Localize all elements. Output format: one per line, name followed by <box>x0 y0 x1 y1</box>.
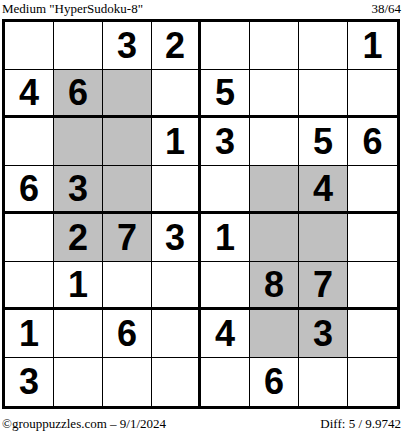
cell-r3c8[interactable]: 6 <box>348 118 397 166</box>
cell-r4c8[interactable] <box>348 166 397 214</box>
cell-r3c7[interactable]: 5 <box>299 118 348 166</box>
cell-r5c5[interactable]: 1 <box>201 214 250 262</box>
cell-r5c7[interactable] <box>299 214 348 262</box>
cell-r7c2[interactable] <box>54 310 103 358</box>
cell-r2c2[interactable]: 6 <box>54 70 103 118</box>
cell-r2c5[interactable]: 5 <box>201 70 250 118</box>
cell-r4c4[interactable] <box>152 166 201 214</box>
cell-r2c7[interactable] <box>299 70 348 118</box>
cell-r7c7[interactable]: 3 <box>299 310 348 358</box>
sudoku-grid: 32146513566342731187164336 <box>2 19 400 409</box>
cell-r1c2[interactable] <box>54 22 103 70</box>
cell-r2c8[interactable] <box>348 70 397 118</box>
cell-r8c6[interactable]: 6 <box>250 358 299 406</box>
cell-r7c5[interactable]: 4 <box>201 310 250 358</box>
cell-r3c2[interactable] <box>54 118 103 166</box>
header: Medium "HyperSudoku-8" 38/64 <box>0 0 403 19</box>
cell-r8c4[interactable] <box>152 358 201 406</box>
cell-r1c3[interactable]: 3 <box>103 22 152 70</box>
cell-r5c4[interactable]: 3 <box>152 214 201 262</box>
cell-r4c1[interactable]: 6 <box>5 166 54 214</box>
cell-r7c4[interactable] <box>152 310 201 358</box>
cell-r5c3[interactable]: 7 <box>103 214 152 262</box>
cell-r7c6[interactable] <box>250 310 299 358</box>
cell-r1c7[interactable] <box>299 22 348 70</box>
cell-r7c8[interactable] <box>348 310 397 358</box>
cell-r5c1[interactable] <box>5 214 54 262</box>
cell-r2c6[interactable] <box>250 70 299 118</box>
cell-r1c4[interactable]: 2 <box>152 22 201 70</box>
cell-r2c1[interactable]: 4 <box>5 70 54 118</box>
cell-r8c7[interactable] <box>299 358 348 406</box>
cell-r8c3[interactable] <box>103 358 152 406</box>
cell-r3c5[interactable]: 3 <box>201 118 250 166</box>
clue-counter: 38/64 <box>371 1 401 17</box>
cell-r5c6[interactable] <box>250 214 299 262</box>
cell-r6c7[interactable]: 7 <box>299 262 348 310</box>
cell-r4c5[interactable] <box>201 166 250 214</box>
cell-r1c5[interactable] <box>201 22 250 70</box>
cell-r6c8[interactable] <box>348 262 397 310</box>
cell-r8c2[interactable] <box>54 358 103 406</box>
cell-r5c2[interactable]: 2 <box>54 214 103 262</box>
cell-r4c3[interactable] <box>103 166 152 214</box>
cell-r3c4[interactable]: 1 <box>152 118 201 166</box>
difficulty-label: Diff: 5 / 9.9742 <box>320 416 401 432</box>
cell-r1c6[interactable] <box>250 22 299 70</box>
cell-r6c4[interactable] <box>152 262 201 310</box>
puzzle-title: Medium "HyperSudoku-8" <box>2 1 143 17</box>
cell-r5c8[interactable] <box>348 214 397 262</box>
cell-r6c2[interactable]: 1 <box>54 262 103 310</box>
cell-r4c7[interactable]: 4 <box>299 166 348 214</box>
cell-r8c8[interactable] <box>348 358 397 406</box>
cell-r6c1[interactable] <box>5 262 54 310</box>
cell-r6c6[interactable]: 8 <box>250 262 299 310</box>
cell-r8c5[interactable] <box>201 358 250 406</box>
cell-r1c1[interactable] <box>5 22 54 70</box>
cell-r2c4[interactable] <box>152 70 201 118</box>
cell-r2c3[interactable] <box>103 70 152 118</box>
cell-r1c8[interactable]: 1 <box>348 22 397 70</box>
cell-r7c1[interactable]: 1 <box>5 310 54 358</box>
cell-r4c6[interactable] <box>250 166 299 214</box>
cell-r4c2[interactable]: 3 <box>54 166 103 214</box>
cell-r3c3[interactable] <box>103 118 152 166</box>
footer: ©grouppuzzles.com – 9/1/2024 Diff: 5 / 9… <box>0 416 403 437</box>
cell-r7c3[interactable]: 6 <box>103 310 152 358</box>
cell-r3c6[interactable] <box>250 118 299 166</box>
cell-r8c1[interactable]: 3 <box>5 358 54 406</box>
cell-r6c5[interactable] <box>201 262 250 310</box>
cell-r3c1[interactable] <box>5 118 54 166</box>
cell-r6c3[interactable] <box>103 262 152 310</box>
copyright-credit: ©grouppuzzles.com – 9/1/2024 <box>2 416 166 432</box>
